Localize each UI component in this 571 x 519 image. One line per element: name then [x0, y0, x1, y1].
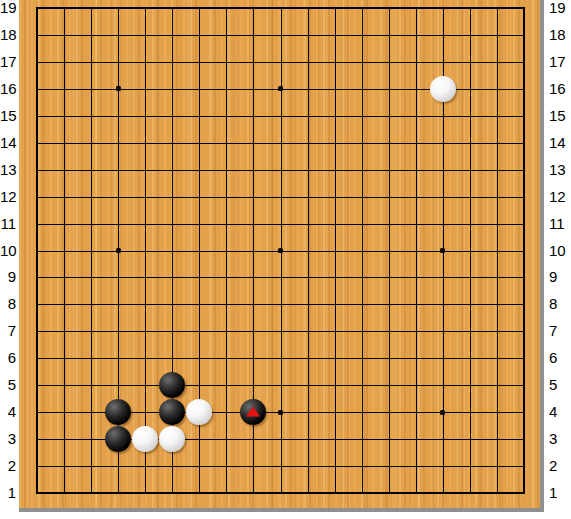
row-label: 11	[0, 215, 16, 233]
row-label: 14	[549, 134, 566, 152]
row-label: 3	[549, 430, 557, 448]
grid-line-horizontal	[36, 304, 525, 305]
row-label: 16	[549, 80, 566, 98]
row-label: 2	[0, 457, 16, 475]
row-label: 1	[549, 484, 557, 502]
grid-line-horizontal	[36, 492, 525, 494]
row-label: 8	[549, 295, 557, 313]
row-label: 4	[0, 403, 16, 421]
row-label: 1	[0, 484, 16, 502]
row-label: 13	[0, 161, 16, 179]
black-stone-J4[interactable]	[240, 399, 266, 425]
row-label: 15	[0, 107, 16, 125]
row-label: 2	[549, 457, 557, 475]
grid-line-horizontal	[36, 331, 525, 332]
row-label: 9	[0, 268, 16, 286]
row-label: 10	[0, 242, 16, 260]
star-point	[440, 410, 445, 415]
grid-line-vertical	[335, 7, 336, 494]
row-label: 18	[549, 26, 566, 44]
grid-line-vertical	[389, 7, 390, 494]
black-stone-D4[interactable]	[105, 399, 131, 425]
star-point	[278, 248, 283, 253]
star-point	[278, 410, 283, 415]
black-stone-F4[interactable]	[159, 399, 185, 425]
row-label: 17	[0, 53, 16, 71]
star-point	[278, 86, 283, 91]
row-label: 5	[549, 376, 557, 394]
grid-line-vertical	[470, 7, 471, 494]
last-move-triangle-mark	[246, 407, 260, 417]
row-label: 12	[0, 188, 16, 206]
row-label: 7	[549, 322, 557, 340]
row-label: 4	[549, 403, 557, 421]
row-label: 19	[549, 0, 566, 17]
go-board[interactable]	[19, 0, 544, 512]
black-stone-F5[interactable]	[159, 372, 185, 398]
board-grid[interactable]	[19, 0, 540, 508]
grid-line-vertical	[308, 7, 309, 494]
row-label: 17	[549, 53, 566, 71]
white-stone-G4[interactable]	[186, 399, 212, 425]
grid-line-vertical	[416, 7, 417, 494]
grid-line-vertical	[523, 7, 525, 494]
grid-line-vertical	[497, 7, 498, 494]
go-app-window: 19181716151413121110987654321 1918171615…	[0, 0, 571, 519]
row-label: 8	[0, 295, 16, 313]
star-point	[440, 248, 445, 253]
row-label: 6	[549, 349, 557, 367]
row-label: 12	[549, 188, 566, 206]
grid-line-horizontal	[36, 385, 525, 386]
grid-line-horizontal	[36, 358, 525, 359]
star-point	[116, 248, 121, 253]
row-label: 14	[0, 134, 16, 152]
grid-line-vertical	[362, 7, 363, 494]
white-stone-E3[interactable]	[132, 426, 158, 452]
row-labels-right: 19181716151413121110987654321	[544, 0, 571, 519]
grid-line-horizontal	[36, 277, 525, 278]
row-label: 7	[0, 322, 16, 340]
row-label: 15	[549, 107, 566, 125]
row-label: 11	[549, 215, 565, 233]
white-stone-Q16[interactable]	[430, 76, 456, 102]
row-label: 18	[0, 26, 16, 44]
row-label: 10	[549, 242, 566, 260]
row-label: 13	[549, 161, 566, 179]
white-stone-F3[interactable]	[159, 426, 185, 452]
black-stone-D3[interactable]	[105, 426, 131, 452]
row-labels-left: 19181716151413121110987654321	[0, 0, 19, 519]
row-label: 5	[0, 376, 16, 394]
row-label: 3	[0, 430, 16, 448]
star-point	[116, 86, 121, 91]
row-label: 9	[549, 268, 557, 286]
row-label: 19	[0, 0, 16, 17]
row-label: 6	[0, 349, 16, 367]
row-label: 16	[0, 80, 16, 98]
grid-line-horizontal	[36, 466, 525, 467]
